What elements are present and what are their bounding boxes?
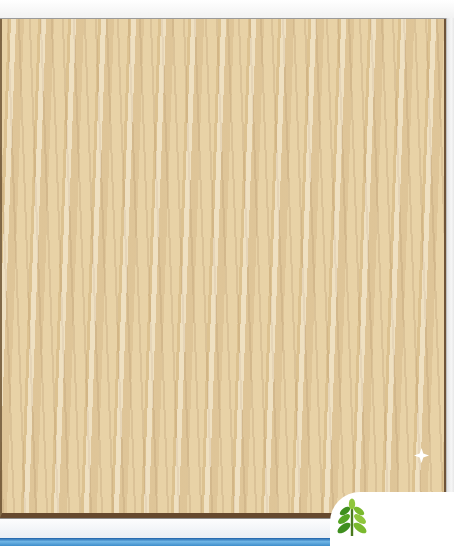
watermark — [330, 492, 454, 546]
top-coordinate-strip — [0, 0, 454, 19]
wheat-logo-icon — [336, 498, 368, 538]
xiangqi-app-window — [0, 0, 454, 546]
river-label-right — [276, 246, 406, 284]
scrollbar[interactable] — [446, 18, 454, 546]
river-label-left — [32, 246, 162, 284]
